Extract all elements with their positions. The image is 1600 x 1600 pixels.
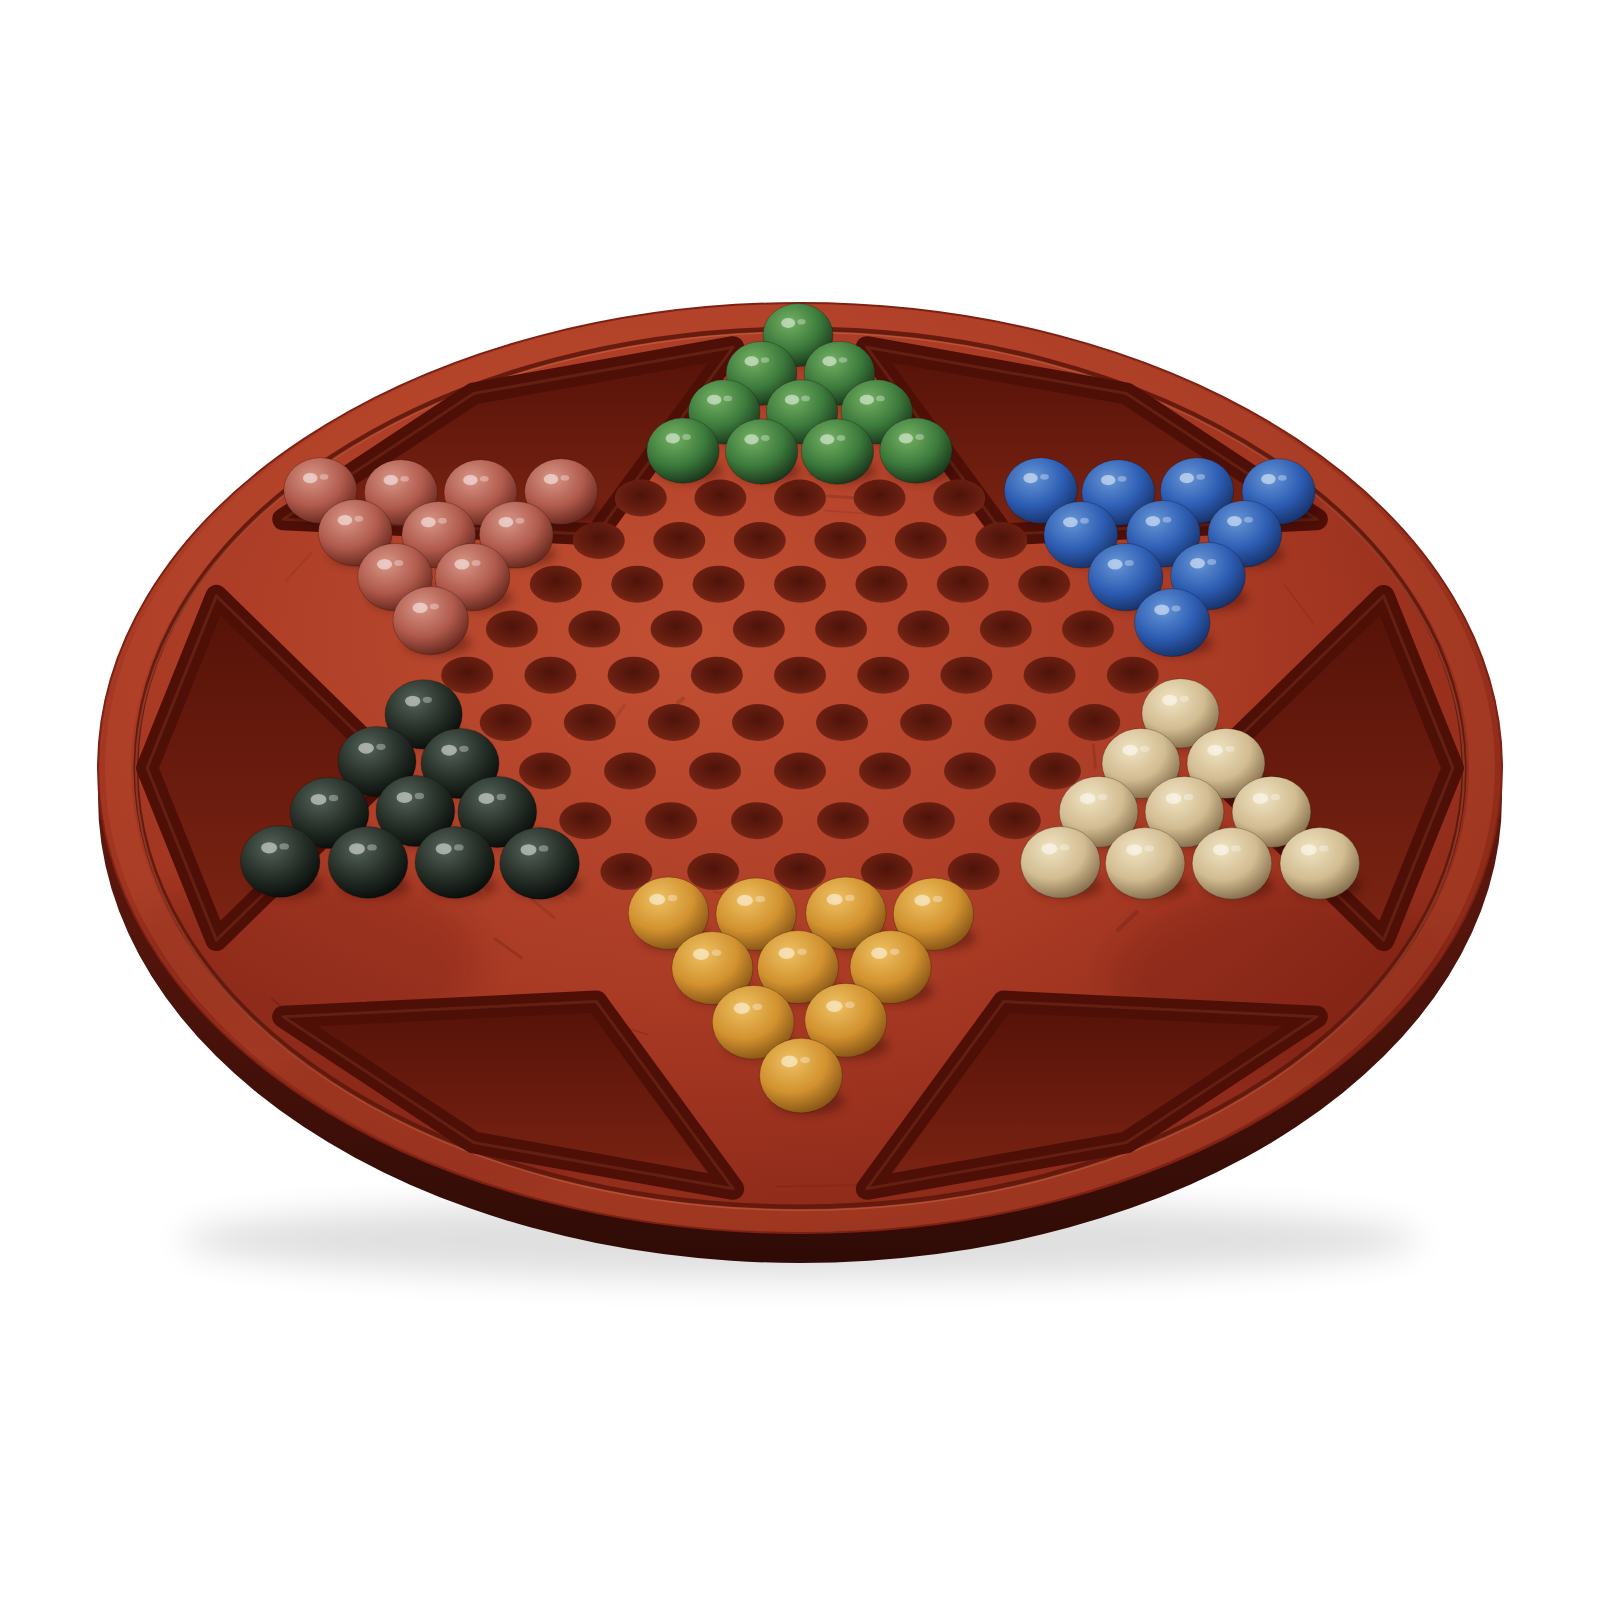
marble-highlight xyxy=(1190,558,1205,568)
marble-sphere xyxy=(393,587,469,655)
marble-sphere xyxy=(760,1038,843,1113)
marble-highlight xyxy=(666,433,680,443)
marble-highlight-2 xyxy=(1060,844,1070,850)
hole-r9c8 xyxy=(1068,704,1120,741)
marble-highlight xyxy=(693,949,709,960)
hole-r10c7 xyxy=(944,753,996,790)
marble-sphere xyxy=(500,828,580,900)
marble-highlight-2 xyxy=(1244,517,1253,523)
marble-highlight-2 xyxy=(423,697,432,703)
marble-highlight-2 xyxy=(1040,474,1049,480)
hole-r9c5 xyxy=(816,704,868,741)
hole-r6c8 xyxy=(1018,566,1070,603)
marble-highlight-2 xyxy=(1231,845,1241,851)
marble-highlight-2 xyxy=(1225,746,1234,752)
chinese-checkers-product-photo xyxy=(0,0,1600,1600)
marble-highlight-2 xyxy=(415,793,424,799)
marble-highlight-2 xyxy=(1163,517,1172,523)
marble-highlight-2 xyxy=(915,434,924,440)
hole-r10c3 xyxy=(604,753,656,790)
marble-highlight-2 xyxy=(839,357,847,363)
marble-highlight-2 xyxy=(1278,475,1287,481)
marble-highlight xyxy=(478,793,494,804)
marble-highlight-2 xyxy=(724,396,733,402)
hole-r4c4 xyxy=(615,480,667,517)
marble-highlight-2 xyxy=(876,396,885,402)
marble-highlight xyxy=(1101,475,1116,485)
marble-highlight-2 xyxy=(845,1002,855,1009)
marble-highlight-2 xyxy=(394,560,403,566)
marble-highlight xyxy=(826,1001,842,1012)
marble-highlight-2 xyxy=(472,560,481,566)
marble-highlight xyxy=(436,843,452,854)
marble-highlight-2 xyxy=(800,1057,810,1064)
marble-sphere xyxy=(647,418,719,483)
hole-r11c6 xyxy=(817,802,869,839)
marble-highlight xyxy=(384,475,399,485)
hole-r8c2 xyxy=(608,657,660,694)
hole-r10c2 xyxy=(519,753,571,790)
hole-r8c3 xyxy=(691,657,743,694)
hole-r12c6 xyxy=(774,853,826,890)
marble-highlight-2 xyxy=(753,1004,763,1011)
marble-highlight-2 xyxy=(1207,559,1216,565)
marble-highlight xyxy=(421,517,436,527)
marble-highlight xyxy=(413,602,428,613)
hole-r5c6 xyxy=(814,522,866,559)
marble-highlight xyxy=(707,395,721,405)
marble-sphere xyxy=(328,827,408,899)
hole-r9c7 xyxy=(984,704,1036,741)
chinese-checkers-board xyxy=(0,0,1600,1600)
hole-r7c1 xyxy=(486,611,538,648)
hole-r8c5 xyxy=(857,657,909,694)
hole-r11c8 xyxy=(989,802,1041,839)
marble-highlight-2 xyxy=(367,844,377,850)
marble-highlight xyxy=(1146,516,1161,526)
marble-highlight xyxy=(781,318,795,328)
marble-highlight-2 xyxy=(712,950,722,956)
marble-highlight-2 xyxy=(1180,696,1189,702)
hole-r7c4 xyxy=(733,611,785,648)
marble-highlight-2 xyxy=(1172,605,1181,611)
marble-highlight-2 xyxy=(355,516,364,522)
marble-highlight-2 xyxy=(454,844,464,850)
marble-sphere xyxy=(1021,827,1101,899)
marble-highlight xyxy=(1162,695,1177,706)
marble-highlight xyxy=(441,745,457,756)
hole-r9c6 xyxy=(900,704,952,741)
marble-sphere xyxy=(880,418,952,483)
hole-r9c2 xyxy=(564,704,616,741)
hole-r6c3 xyxy=(611,566,663,603)
marble-highlight xyxy=(737,895,753,906)
marble-highlight xyxy=(871,948,887,959)
marble-highlight xyxy=(261,842,277,853)
marble-highlight xyxy=(822,356,836,366)
marble-highlight-2 xyxy=(761,357,769,363)
hole-r5c4 xyxy=(653,522,705,559)
marble-highlight-2 xyxy=(539,845,549,851)
hole-r10c8 xyxy=(1029,753,1081,790)
hole-r8c7 xyxy=(1024,657,1076,694)
marble-highlight-2 xyxy=(329,795,338,801)
marble-highlight xyxy=(1126,844,1142,855)
marble-highlight-2 xyxy=(480,476,489,482)
hole-r6c5 xyxy=(774,566,826,603)
marble-highlight-2 xyxy=(1319,845,1329,851)
marble-highlight-2 xyxy=(761,435,770,441)
marble-highlight-2 xyxy=(755,896,765,902)
marble-highlight-2 xyxy=(1184,794,1193,800)
marble-highlight-2 xyxy=(400,476,409,482)
marble-sphere xyxy=(1192,828,1272,900)
marble-highlight xyxy=(463,475,478,485)
marble-highlight-2 xyxy=(1140,746,1149,752)
hole-r5c5 xyxy=(734,522,786,559)
hole-r7c6 xyxy=(898,611,950,648)
marble-highlight xyxy=(914,895,930,906)
marble-highlight xyxy=(1023,473,1038,483)
marble-highlight-2 xyxy=(1125,560,1134,566)
marble-highlight xyxy=(1041,843,1057,854)
marble-highlight xyxy=(1166,793,1182,804)
hole-r9c4 xyxy=(732,704,784,741)
marble-highlight xyxy=(1261,474,1276,484)
marble-highlight-2 xyxy=(797,949,807,955)
marble-highlight xyxy=(1227,516,1242,526)
marble-highlight-2 xyxy=(837,435,846,441)
hole-r4c6 xyxy=(774,480,826,517)
marble-sphere xyxy=(801,419,873,484)
marble-highlight xyxy=(358,743,374,754)
marble-highlight-2 xyxy=(376,744,385,750)
marble-highlight xyxy=(785,395,799,405)
marble-highlight xyxy=(499,517,514,527)
hole-r6c4 xyxy=(693,566,745,603)
marble-highlight-2 xyxy=(797,319,805,325)
marble-highlight-2 xyxy=(1271,794,1280,800)
hole-r5c8 xyxy=(975,522,1027,559)
hole-r9c1 xyxy=(480,704,532,741)
hole-r4c8 xyxy=(933,480,985,517)
marble-highlight xyxy=(827,894,843,905)
hole-r10c4 xyxy=(689,753,741,790)
marble-highlight xyxy=(303,473,318,483)
marble-highlight-2 xyxy=(845,895,855,901)
hole-r8c4 xyxy=(774,657,826,694)
marble-highlight-2 xyxy=(497,794,506,800)
hole-r8c6 xyxy=(940,657,992,694)
marble-highlight-2 xyxy=(1196,474,1205,480)
marble-highlight xyxy=(1301,844,1317,855)
marble-highlight-2 xyxy=(933,896,943,902)
hole-r11c3 xyxy=(559,802,611,839)
marble-sphere xyxy=(1280,828,1360,900)
marble-highlight-2 xyxy=(561,475,570,481)
marble-sphere xyxy=(1135,589,1211,657)
marble-highlight xyxy=(1253,793,1269,804)
hole-r4c7 xyxy=(854,480,906,517)
hole-r11c4 xyxy=(645,802,697,839)
marble-highlight xyxy=(521,844,537,855)
hole-r7c7 xyxy=(980,611,1032,648)
hole-r10c6 xyxy=(859,753,911,790)
hole-r6c7 xyxy=(937,566,989,603)
hole-r7c2 xyxy=(568,611,620,648)
marble-highlight-2 xyxy=(1118,476,1127,482)
marble-highlight xyxy=(405,696,420,707)
marble-highlight-2 xyxy=(279,843,289,849)
marble-highlight-2 xyxy=(682,434,691,440)
marble-highlight-2 xyxy=(801,396,810,402)
marble-highlight xyxy=(338,515,353,525)
marble-sphere xyxy=(725,419,797,484)
hole-r6c6 xyxy=(855,566,907,603)
marble-highlight-2 xyxy=(320,474,329,480)
hole-r8c1 xyxy=(524,657,576,694)
marble-highlight xyxy=(349,843,365,854)
marble-highlight xyxy=(377,559,392,569)
hole-r12c5 xyxy=(687,853,739,890)
marble-sphere xyxy=(415,827,495,899)
marble-highlight-2 xyxy=(1080,518,1089,524)
hole-r4c5 xyxy=(694,480,746,517)
marble-highlight xyxy=(649,894,665,905)
marble-highlight xyxy=(1080,793,1096,804)
marble-highlight xyxy=(1213,844,1229,855)
marble-highlight xyxy=(454,559,469,569)
marble-highlight xyxy=(745,356,759,366)
hole-r7c5 xyxy=(815,611,867,648)
marble-sphere xyxy=(1105,828,1185,900)
marble-highlight-2 xyxy=(890,949,900,955)
marble-highlight xyxy=(397,792,413,803)
marble-highlight xyxy=(1063,517,1078,527)
marble-highlight-2 xyxy=(516,518,525,524)
marble-highlight xyxy=(1154,604,1169,615)
marble-highlight xyxy=(781,1056,798,1068)
hole-r9c3 xyxy=(648,704,700,741)
hole-r7c8 xyxy=(1062,611,1114,648)
marble-highlight-2 xyxy=(1098,794,1107,800)
marble-highlight-2 xyxy=(430,603,439,609)
marble-highlight xyxy=(734,1003,750,1014)
marble-highlight-2 xyxy=(1144,845,1154,851)
hole-r7c3 xyxy=(651,611,703,648)
marble-highlight xyxy=(311,794,327,805)
hole-r11c5 xyxy=(731,802,783,839)
marble-highlight-2 xyxy=(668,895,678,901)
marble-highlight-2 xyxy=(438,518,447,524)
marble-highlight xyxy=(1122,745,1138,756)
hole-r10c5 xyxy=(774,753,826,790)
marble-highlight xyxy=(544,474,559,484)
marble-highlight xyxy=(820,434,834,444)
marble-highlight xyxy=(779,948,795,959)
marble-highlight xyxy=(899,433,913,443)
marble-highlight-2 xyxy=(459,746,468,752)
marble-highlight xyxy=(1207,745,1223,756)
hole-r6c2 xyxy=(530,566,582,603)
marble-highlight xyxy=(1108,559,1123,569)
hole-r11c7 xyxy=(903,802,955,839)
marble-highlight xyxy=(860,395,874,405)
marble-highlight xyxy=(1180,473,1195,483)
hole-r8c8 xyxy=(1107,657,1159,694)
marble-sphere xyxy=(240,826,320,898)
hole-r5c3 xyxy=(573,522,625,559)
hole-r5c7 xyxy=(895,522,947,559)
marble-highlight xyxy=(744,434,758,444)
